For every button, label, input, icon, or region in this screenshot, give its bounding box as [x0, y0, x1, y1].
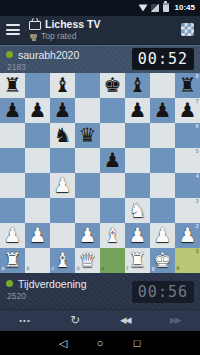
- status-time: 10:45: [175, 3, 195, 12]
- android-status-bar: 10:45: [0, 0, 200, 16]
- square-h3: 3: [175, 198, 200, 223]
- square-h6: 6: [175, 123, 200, 148]
- android-nav-bar: ◁ ○ □: [0, 331, 200, 355]
- piece-black-pawn: ♟: [50, 98, 75, 123]
- square-g2: ♟: [150, 223, 175, 248]
- coord-rank-7: 7: [196, 99, 199, 104]
- android-back-button[interactable]: ◁: [57, 337, 70, 350]
- square-h8: ♜8: [175, 73, 200, 98]
- online-dot: [6, 51, 13, 58]
- square-b4: [25, 173, 50, 198]
- square-b3: [25, 198, 50, 223]
- coord-file-a: a: [2, 266, 5, 271]
- piece-white-bishop: ♝: [100, 223, 125, 248]
- square-d2: ♟: [75, 223, 100, 248]
- coord-file-f: f: [127, 266, 129, 271]
- piece-black-pawn: ♟: [125, 98, 150, 123]
- coord-rank-2: 2: [196, 224, 199, 229]
- square-e3: [100, 198, 125, 223]
- fast-forward-icon[interactable]: ▶▶: [150, 310, 200, 331]
- square-b7: ♟: [25, 98, 50, 123]
- coord-rank-1: 1: [196, 249, 199, 254]
- coord-file-d: d: [77, 266, 80, 271]
- square-g5: [150, 148, 175, 173]
- player-bottom-name: Tijdverdoening: [18, 278, 87, 290]
- square-f4: [125, 173, 150, 198]
- player-top-rating: 2183: [7, 62, 79, 72]
- square-c5: [50, 148, 75, 173]
- square-c3: [50, 198, 75, 223]
- coord-rank-6: 6: [196, 124, 199, 129]
- piece-black-pawn: ♟: [0, 98, 25, 123]
- square-e4: [100, 173, 125, 198]
- square-a7: ♟: [0, 98, 25, 123]
- piece-black-rook: ♜: [0, 73, 25, 98]
- square-c1: ♝c: [50, 248, 75, 273]
- player-bottom-clock: 00:56: [132, 281, 194, 303]
- square-h7: ♟7: [175, 98, 200, 123]
- square-f5: [125, 148, 150, 173]
- square-e1: e: [100, 248, 125, 273]
- square-a8: ♜: [0, 73, 25, 98]
- square-d6: ♛: [75, 123, 100, 148]
- square-a5: [0, 148, 25, 173]
- coord-file-g: g: [152, 266, 155, 271]
- piece-black-bishop: ♝: [125, 73, 150, 98]
- square-a1: ♜a: [0, 248, 25, 273]
- square-g3: [150, 198, 175, 223]
- online-dot: [6, 280, 13, 287]
- square-e8: ♚: [100, 73, 125, 98]
- coord-file-b: b: [27, 266, 30, 271]
- piece-white-pawn: ♟: [125, 223, 150, 248]
- square-g4: [150, 173, 175, 198]
- square-c2: [50, 223, 75, 248]
- wifi-icon: [139, 4, 148, 11]
- square-h4: 4: [175, 173, 200, 198]
- tv-icon: [29, 21, 41, 30]
- square-a3: [0, 198, 25, 223]
- piece-black-pawn: ♟: [100, 148, 125, 173]
- trophy-icon: [30, 34, 37, 39]
- coord-rank-3: 3: [196, 199, 199, 204]
- square-b5: [25, 148, 50, 173]
- coord-rank-8: 8: [196, 74, 199, 79]
- coord-file-e: e: [102, 266, 105, 271]
- square-c7: ♟: [50, 98, 75, 123]
- square-b1: b: [25, 248, 50, 273]
- battery-icon: [163, 3, 169, 12]
- cellular-icon: [151, 4, 159, 12]
- square-g6: [150, 123, 175, 148]
- piece-black-knight: ♞: [50, 123, 75, 148]
- piece-white-pawn: ♟: [75, 223, 100, 248]
- square-g8: [150, 73, 175, 98]
- piece-black-king: ♚: [100, 73, 125, 98]
- lichess-tv-app: 10:45 Lichess TV Top rated saurabh2020 2…: [0, 0, 200, 355]
- piece-black-pawn: ♟: [25, 98, 50, 123]
- square-f7: ♟: [125, 98, 150, 123]
- coord-file-c: c: [52, 266, 55, 271]
- square-f1: ♜f: [125, 248, 150, 273]
- square-a4: [0, 173, 25, 198]
- piece-white-pawn: ♟: [0, 223, 25, 248]
- square-f2: ♟: [125, 223, 150, 248]
- square-b6: [25, 123, 50, 148]
- player-bottom-info: Tijdverdoening 2520: [6, 278, 87, 307]
- square-d4: [75, 173, 100, 198]
- square-d7: [75, 98, 100, 123]
- player-top-info: saurabh2020 2183: [6, 49, 79, 70]
- square-h2: ♟2: [175, 223, 200, 248]
- square-g7: ♟: [150, 98, 175, 123]
- square-a2: ♟: [0, 223, 25, 248]
- tv-controls-bar: ••• ↻ ◀◀ ▶▶: [0, 309, 200, 331]
- chess-board: ♜♝♚♝♜8♟♟♟♟♟♟7♞♛6♟5♟4♞3♟♟♟♝♟♟♟2♜ab♝c♛de♜f…: [0, 73, 200, 273]
- channel-label: Top rated: [41, 31, 76, 41]
- player-bar-bottom[interactable]: Tijdverdoening 2520 00:56: [0, 273, 200, 310]
- square-h1: h1: [175, 248, 200, 273]
- player-bottom-rating: 2520: [7, 291, 87, 301]
- coord-rank-5: 5: [196, 149, 199, 154]
- piece-white-knight: ♞: [125, 198, 150, 223]
- piece-black-queen: ♛: [75, 123, 100, 148]
- square-c6: ♞: [50, 123, 75, 148]
- square-f3: ♞: [125, 198, 150, 223]
- android-recents-button[interactable]: □: [131, 337, 144, 349]
- coord-rank-4: 4: [196, 174, 199, 179]
- app-bar: Lichess TV Top rated: [0, 16, 200, 45]
- square-c8: ♝: [50, 73, 75, 98]
- square-e2: ♝: [100, 223, 125, 248]
- player-top-name: saurabh2020: [18, 49, 79, 61]
- board-toggle-icon[interactable]: [181, 23, 194, 36]
- piece-black-bishop: ♝: [50, 73, 75, 98]
- square-b2: ♟: [25, 223, 50, 248]
- android-home-button[interactable]: ○: [94, 337, 107, 349]
- square-g1: ♚g: [150, 248, 175, 273]
- more-options-button[interactable]: •••: [0, 310, 50, 331]
- app-bar-titles: Lichess TV Top rated: [29, 18, 181, 41]
- square-e6: [100, 123, 125, 148]
- coord-file-h: h: [177, 266, 180, 271]
- square-h5: 5: [175, 148, 200, 173]
- page-title: Lichess TV: [45, 18, 100, 30]
- hamburger-menu-icon[interactable]: [6, 24, 20, 35]
- player-bar-top[interactable]: saurabh2020 2183 00:52: [0, 45, 200, 73]
- square-d1: ♛d: [75, 248, 100, 273]
- rewind-icon[interactable]: ◀◀: [100, 310, 150, 331]
- piece-white-pawn: ♟: [50, 173, 75, 198]
- square-d8: [75, 73, 100, 98]
- piece-white-pawn: ♟: [150, 223, 175, 248]
- piece-white-pawn: ♟: [25, 223, 50, 248]
- piece-white-rook: ♜: [125, 248, 150, 273]
- square-c4: ♟: [50, 173, 75, 198]
- square-f6: [125, 123, 150, 148]
- square-e7: [100, 98, 125, 123]
- square-b8: [25, 73, 50, 98]
- square-e5: ♟: [100, 148, 125, 173]
- square-f8: ♝: [125, 73, 150, 98]
- square-d5: [75, 148, 100, 173]
- square-d3: [75, 198, 100, 223]
- refresh-icon[interactable]: ↻: [50, 310, 100, 331]
- player-top-clock: 00:52: [132, 48, 194, 70]
- piece-black-pawn: ♟: [150, 98, 175, 123]
- square-a6: [0, 123, 25, 148]
